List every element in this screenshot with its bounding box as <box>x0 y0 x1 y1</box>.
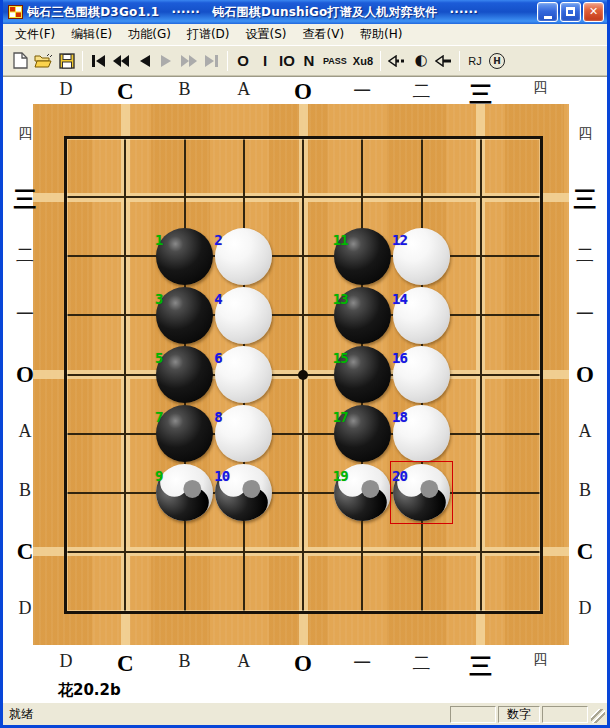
nav-forward-icon <box>160 54 173 68</box>
stone-white-12[interactable] <box>393 228 450 285</box>
stone-black-7[interactable] <box>156 405 213 462</box>
app-window: 钝石三色围棋D3Go1.1 ······ 钝石围棋DunshiGo打谱及人机对弈… <box>0 0 610 728</box>
nav-ffwd-icon <box>180 54 198 68</box>
menu-item-2[interactable]: 编辑(E) <box>63 23 120 46</box>
move-annotation: 花20.2b <box>58 681 121 700</box>
xu8-label: Xu8 <box>353 55 373 67</box>
h-circle-icon: H <box>489 53 505 69</box>
stone-black-1[interactable] <box>156 228 213 285</box>
nav-last-button[interactable] <box>201 49 223 73</box>
coord-label-right-8: D <box>565 598 605 619</box>
nav-forward-button[interactable] <box>155 49 177 73</box>
stone-black-11[interactable] <box>334 228 391 285</box>
window-title: 钝石三色围棋D3Go1.1 ······ 钝石围棋DunshiGo打谱及人机对弈… <box>27 4 537 21</box>
nav-back-button[interactable] <box>133 49 155 73</box>
new-file-button[interactable] <box>9 49 31 73</box>
nav-back-icon <box>138 54 151 68</box>
mode-io-label: IO <box>279 52 295 69</box>
rj-label: RJ <box>468 55 481 67</box>
h-button[interactable]: H <box>486 49 508 73</box>
new-file-icon <box>13 52 28 69</box>
coord-label-left-8: D <box>5 598 45 619</box>
open-folder-icon <box>34 53 53 68</box>
star-point <box>298 370 308 380</box>
coord-label-top-4: O <box>283 79 323 105</box>
stone-black-5[interactable] <box>156 346 213 403</box>
coord-label-left-5: A <box>5 421 45 442</box>
close-button[interactable]: ✕ <box>583 2 604 22</box>
stone-flower-19[interactable] <box>334 464 391 521</box>
coord-label-top-2: B <box>165 79 205 100</box>
toolbar-separator <box>82 51 83 71</box>
nav-first-icon <box>90 54 106 68</box>
menu-item-7[interactable]: 帮助(H) <box>352 23 410 46</box>
coord-label-right-7: C <box>565 539 605 565</box>
nav-last-icon <box>204 54 220 68</box>
minimize-button[interactable] <box>537 2 558 22</box>
coord-label-bottom-7: 三 <box>461 651 501 682</box>
coord-label-left-1: 三 <box>5 184 45 215</box>
stone-white-2[interactable] <box>215 228 272 285</box>
coord-label-top-7: 三 <box>461 79 501 110</box>
menu-item-5[interactable]: 设置(S) <box>238 23 295 46</box>
coord-label-right-6: B <box>565 480 605 501</box>
stone-white-16[interactable] <box>393 346 450 403</box>
stone-white-14[interactable] <box>393 287 450 344</box>
board-area: 1234567891011121314151617181920 花20.2b D… <box>3 76 607 702</box>
status-panel-1 <box>450 706 496 723</box>
coord-label-top-1: C <box>105 79 145 105</box>
pass-label: PASS <box>323 56 347 66</box>
coord-label-top-3: A <box>224 79 264 100</box>
status-text: 就绪 <box>9 706 448 723</box>
stone-flower-10[interactable] <box>215 464 272 521</box>
xu8-button[interactable]: Xu8 <box>350 49 376 73</box>
save-button[interactable] <box>56 49 78 73</box>
nav-rewind-button[interactable] <box>109 49 133 73</box>
save-floppy-icon <box>59 53 75 69</box>
stone-flower-9[interactable] <box>156 464 213 521</box>
stone-white-6[interactable] <box>215 346 272 403</box>
coord-label-right-3: 一 <box>565 302 605 326</box>
contrast-button[interactable]: ◐ <box>410 49 432 73</box>
pass-button[interactable]: PASS <box>320 49 350 73</box>
stone-white-4[interactable] <box>215 287 272 344</box>
coord-label-right-2: 二 <box>565 243 605 267</box>
coord-label-left-4: O <box>5 362 45 388</box>
half-circle-icon: ◐ <box>414 53 427 68</box>
coord-label-right-5: A <box>565 421 605 442</box>
mode-o-label: O <box>237 52 249 69</box>
coord-label-left-3: 一 <box>5 302 45 326</box>
coord-label-left-2: 二 <box>5 243 45 267</box>
status-panel-3 <box>542 706 588 723</box>
menu-item-1[interactable]: 文件(F) <box>7 23 63 46</box>
titlebar: 钝石三色围棋D3Go1.1 ······ 钝石围棋DunshiGo打谱及人机对弈… <box>3 0 607 24</box>
rj-button[interactable]: RJ <box>464 49 486 73</box>
menu-item-6[interactable]: 查看(V) <box>294 23 352 46</box>
coord-label-bottom-5: 一 <box>342 651 382 675</box>
coord-label-right-1: 三 <box>565 184 605 215</box>
stone-white-18[interactable] <box>393 405 450 462</box>
resize-grip[interactable] <box>591 709 605 723</box>
mode-n-button[interactable]: N <box>298 49 320 73</box>
toolbar-separator <box>380 51 381 71</box>
coord-label-top-6: 二 <box>402 79 442 103</box>
status-bar: 就绪 数字 <box>3 702 607 725</box>
go-board[interactable]: 1234567891011121314151617181920 <box>33 104 569 645</box>
nav-ffwd-button[interactable] <box>177 49 201 73</box>
coord-label-bottom-4: O <box>283 651 323 677</box>
coord-label-right-4: O <box>565 362 605 388</box>
last-move-marker <box>390 461 453 524</box>
stone-white-8[interactable] <box>215 405 272 462</box>
coord-label-left-0: 四 <box>5 125 45 143</box>
mode-i-button[interactable]: I <box>254 49 276 73</box>
coord-label-left-7: C <box>5 539 45 565</box>
nav-rewind-icon <box>112 54 130 68</box>
stone-black-3[interactable] <box>156 287 213 344</box>
nav-first-button[interactable] <box>87 49 109 73</box>
left-arrow-icon <box>435 55 452 67</box>
toolbar: O I IO N PASS Xu8 ◐ RJ H <box>3 46 607 76</box>
menu-item-4[interactable]: 打谱(D) <box>179 23 238 46</box>
stone-black-13[interactable] <box>334 287 391 344</box>
coord-label-top-5: 一 <box>342 79 382 103</box>
coord-label-bottom-3: A <box>224 651 264 672</box>
coord-label-left-6: B <box>5 480 45 501</box>
open-file-button[interactable] <box>31 49 56 73</box>
toolbar-separator <box>459 51 460 71</box>
undo-dashed-button[interactable] <box>385 49 410 73</box>
stone-black-15[interactable] <box>334 346 391 403</box>
coord-label-top-0: D <box>46 79 86 100</box>
coord-label-right-0: 四 <box>565 125 605 143</box>
status-panel-numeric: 数字 <box>498 706 540 723</box>
coord-label-bottom-0: D <box>46 651 86 672</box>
undo-button[interactable] <box>432 49 455 73</box>
menu-bar: 文件(F)编辑(E)功能(G)打谱(D)设置(S)查看(V)帮助(H) <box>3 24 607 46</box>
coord-label-bottom-8: 四 <box>520 651 560 669</box>
left-arrow-dashed-icon <box>388 55 407 67</box>
mode-o-button[interactable]: O <box>232 49 254 73</box>
mode-io-button[interactable]: IO <box>276 49 298 73</box>
mode-i-label: I <box>263 52 267 69</box>
mode-n-label: N <box>304 52 315 69</box>
coord-label-top-8: 四 <box>520 79 560 97</box>
coord-label-bottom-2: B <box>165 651 205 672</box>
app-icon <box>8 5 23 19</box>
stone-black-17[interactable] <box>334 405 391 462</box>
toolbar-separator <box>227 51 228 71</box>
coord-label-bottom-6: 二 <box>402 651 442 675</box>
coord-label-bottom-1: C <box>105 651 145 677</box>
maximize-button[interactable] <box>560 2 581 22</box>
menu-item-3[interactable]: 功能(G) <box>120 23 179 46</box>
